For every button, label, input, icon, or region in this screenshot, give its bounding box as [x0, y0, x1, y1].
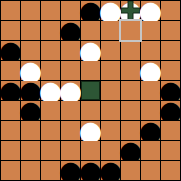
cell-r1c0[interactable]: [1, 21, 20, 40]
cell-r6c6[interactable]: [121, 121, 140, 140]
cell-r6c7[interactable]: ●: [141, 121, 160, 140]
cell-r7c6[interactable]: ●: [121, 141, 140, 160]
cell-r4c3[interactable]: ●: [61, 81, 80, 100]
cell-r7c1[interactable]: [21, 141, 40, 160]
cell-r7c0[interactable]: [1, 141, 20, 160]
cell-r0c1[interactable]: [21, 1, 40, 20]
cell-r3c1[interactable]: ●: [21, 61, 40, 80]
cell-r2c5[interactable]: [101, 41, 120, 60]
black-stone: ●: [121, 141, 140, 160]
cell-r5c8[interactable]: ●: [161, 101, 180, 120]
cell-r6c1[interactable]: [21, 121, 40, 140]
black-stone: ●: [61, 21, 80, 40]
cell-r2c6[interactable]: [121, 41, 140, 60]
black-stone: ●: [101, 161, 120, 180]
cell-r4c5[interactable]: [101, 81, 120, 100]
white-stone: ●: [121, 1, 140, 20]
black-stone: ●: [81, 161, 100, 180]
cell-r8c0[interactable]: [1, 161, 20, 180]
cell-r5c3[interactable]: [61, 101, 80, 120]
white-stone: ●: [101, 1, 120, 20]
cell-r5c5[interactable]: [101, 101, 120, 120]
cell-r3c8[interactable]: [161, 61, 180, 80]
cell-r6c8[interactable]: [161, 121, 180, 140]
cell-r5c1[interactable]: ●: [21, 101, 40, 120]
center-marker: [81, 81, 100, 100]
last-move-cross-marker: [121, 1, 140, 20]
cell-r5c6[interactable]: [121, 101, 140, 120]
white-stone: ●: [81, 121, 100, 140]
cell-r3c2[interactable]: [41, 61, 60, 80]
black-stone: ●: [161, 81, 180, 100]
cell-r7c8[interactable]: [161, 141, 180, 160]
cell-r0c4[interactable]: ●: [81, 1, 100, 20]
cell-r2c0[interactable]: ●: [1, 41, 20, 60]
cell-r3c7[interactable]: ●: [141, 61, 160, 80]
cell-r8c8[interactable]: [161, 161, 180, 180]
cell-r0c3[interactable]: [61, 1, 80, 20]
cell-r4c1[interactable]: ●: [21, 81, 40, 100]
cell-r4c4[interactable]: [81, 81, 100, 100]
cell-r2c4[interactable]: ●: [81, 41, 100, 60]
cell-r3c4[interactable]: [81, 61, 100, 80]
black-stone: ●: [21, 101, 40, 120]
cell-r8c3[interactable]: ●: [61, 161, 80, 180]
cell-r8c4[interactable]: ●: [81, 161, 100, 180]
cell-r1c5[interactable]: [101, 21, 120, 40]
cell-r3c0[interactable]: [1, 61, 20, 80]
cell-r1c4[interactable]: [81, 21, 100, 40]
cell-r1c1[interactable]: [21, 21, 40, 40]
cell-r6c0[interactable]: [1, 121, 20, 140]
cell-r3c5[interactable]: [101, 61, 120, 80]
black-stone: ●: [61, 161, 80, 180]
cell-r8c1[interactable]: [21, 161, 40, 180]
go-board-wrapper: ●●●●●●●●●●●●●●●●●●●●●●: [0, 0, 181, 181]
black-stone: ●: [141, 121, 160, 140]
black-stone: ●: [1, 41, 20, 60]
cell-r2c2[interactable]: [41, 41, 60, 60]
cell-r2c1[interactable]: [21, 41, 40, 60]
black-stone: ●: [21, 81, 40, 100]
cell-r2c8[interactable]: [161, 41, 180, 60]
cell-r4c7[interactable]: [141, 81, 160, 100]
cell-r0c8[interactable]: [161, 1, 180, 20]
cell-r4c6[interactable]: [121, 81, 140, 100]
cell-r0c0[interactable]: [1, 1, 20, 20]
white-stone: ●: [81, 41, 100, 60]
cell-r7c3[interactable]: [61, 141, 80, 160]
white-stone: ●: [141, 1, 160, 20]
cell-r7c2[interactable]: [41, 141, 60, 160]
cell-r5c7[interactable]: [141, 101, 160, 120]
cell-r8c7[interactable]: [141, 161, 160, 180]
cell-r4c0[interactable]: ●: [1, 81, 20, 100]
white-stone: ●: [61, 81, 80, 100]
cell-r0c6[interactable]: ●: [121, 1, 140, 20]
cell-r2c7[interactable]: [141, 41, 160, 60]
cell-r6c4[interactable]: ●: [81, 121, 100, 140]
cell-r7c7[interactable]: [141, 141, 160, 160]
cell-r3c3[interactable]: [61, 61, 80, 80]
white-stone: ●: [21, 61, 40, 80]
cell-r6c2[interactable]: [41, 121, 60, 140]
white-stone: ●: [141, 61, 160, 80]
cell-r1c3[interactable]: ●: [61, 21, 80, 40]
cell-r3c6[interactable]: [121, 61, 140, 80]
cell-r5c2[interactable]: [41, 101, 60, 120]
cell-r0c5[interactable]: ●: [101, 1, 120, 20]
cell-r5c4[interactable]: [81, 101, 100, 120]
cell-r1c7[interactable]: [141, 21, 160, 40]
cell-r2c3[interactable]: [61, 41, 80, 60]
cell-r1c6[interactable]: [121, 21, 140, 40]
cell-r5c0[interactable]: [1, 101, 20, 120]
cell-r6c5[interactable]: [101, 121, 120, 140]
cell-r1c2[interactable]: [41, 21, 60, 40]
cell-r7c5[interactable]: [101, 141, 120, 160]
white-stone: ●: [41, 81, 60, 100]
black-stone: ●: [161, 101, 180, 120]
cell-r8c5[interactable]: ●: [101, 161, 120, 180]
cell-r0c7[interactable]: ●: [141, 1, 160, 20]
black-stone: ●: [81, 1, 100, 20]
cell-r6c3[interactable]: [61, 121, 80, 140]
go-board: ●●●●●●●●●●●●●●●●●●●●●●: [0, 0, 181, 181]
cell-r0c2[interactable]: [41, 1, 60, 20]
cell-r4c2[interactable]: ●: [41, 81, 60, 100]
cell-r7c4[interactable]: [81, 141, 100, 160]
cell-r8c2[interactable]: [41, 161, 60, 180]
cell-r4c8[interactable]: ●: [161, 81, 180, 100]
cell-r8c6[interactable]: [121, 161, 140, 180]
cell-r1c8[interactable]: [161, 21, 180, 40]
black-stone: ●: [1, 81, 20, 100]
